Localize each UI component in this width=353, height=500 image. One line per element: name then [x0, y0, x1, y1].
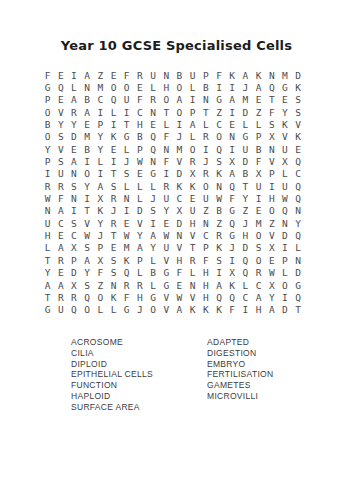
grid-cell: P — [67, 254, 80, 266]
grid-cell: A — [41, 279, 54, 291]
grid-cell: Y — [94, 131, 107, 143]
grid-cell: Y — [54, 118, 67, 130]
grid-cell: I — [252, 192, 265, 204]
grid-cell: Y — [147, 242, 160, 254]
grid-cell: L — [186, 81, 199, 93]
grid-cell: L — [160, 118, 173, 130]
grid-cell: K — [173, 180, 186, 192]
grid-cell: B — [41, 118, 54, 130]
word-list-item: EPITHELIAL CELLS — [71, 369, 153, 380]
grid-cell: I — [120, 106, 133, 118]
grid-cell: G — [160, 279, 173, 291]
grid-cell: K — [212, 168, 225, 180]
grid-cell: J — [239, 81, 252, 93]
grid-cell: M — [81, 131, 94, 143]
grid-cell: N — [160, 143, 173, 155]
grid-cell: Z — [199, 205, 212, 217]
grid-cell: L — [41, 242, 54, 254]
grid-cell: G — [120, 131, 133, 143]
grid-cell: G — [160, 267, 173, 279]
grid-cell: O — [265, 205, 278, 217]
grid-cell: E — [252, 94, 265, 106]
grid-cell: V — [186, 291, 199, 303]
word-list-right: ADAPTEDDIGESTIONEMBRYOFERTILISATIONGAMET… — [207, 337, 273, 402]
grid-cell: T — [186, 242, 199, 254]
grid-cell: O — [252, 254, 265, 266]
grid-cell: H — [239, 229, 252, 241]
grid-cell: S — [292, 106, 305, 118]
grid-cell: I — [67, 205, 80, 217]
grid-cell: L — [186, 267, 199, 279]
grid-cell: J — [147, 192, 160, 204]
grid-cell: Q — [292, 192, 305, 204]
grid-cell: P — [265, 168, 278, 180]
grid-cell: N — [292, 254, 305, 266]
grid-cell: E — [54, 229, 67, 241]
grid-cell: R — [41, 180, 54, 192]
grid-cell: Z — [252, 106, 265, 118]
grid-cell: N — [160, 69, 173, 81]
grid-cell: I — [173, 118, 186, 130]
grid-cell: H — [199, 279, 212, 291]
grid-cell: L — [252, 118, 265, 130]
grid-cell: Q — [107, 94, 120, 106]
grid-cell: F — [94, 267, 107, 279]
grid-cell: G — [147, 168, 160, 180]
word-list-item: HAPLOID — [71, 391, 153, 402]
grid-cell: O — [81, 168, 94, 180]
grid-cell: C — [212, 118, 225, 130]
grid-cell: K — [107, 131, 120, 143]
grid-cell: X — [278, 155, 291, 167]
grid-cell: I — [226, 143, 239, 155]
grid-cell: I — [107, 118, 120, 130]
grid-cell: J — [133, 304, 146, 316]
grid-cell: L — [147, 81, 160, 93]
grid-cell: F — [199, 254, 212, 266]
grid-cell: A — [147, 229, 160, 241]
grid-cell: Q — [226, 291, 239, 303]
grid-cell: F — [226, 192, 239, 204]
grid-cell: O — [41, 131, 54, 143]
grid-cell: E — [107, 143, 120, 155]
grid-cell: I — [226, 106, 239, 118]
grid-cell: O — [252, 229, 265, 241]
grid-cell: K — [212, 304, 225, 316]
grid-cell: Y — [81, 267, 94, 279]
grid-cell: E — [160, 217, 173, 229]
grid-cell: E — [107, 242, 120, 254]
grid-cell: A — [226, 94, 239, 106]
grid-cell: F — [252, 155, 265, 167]
grid-cell: Y — [41, 143, 54, 155]
grid-cell: T — [160, 106, 173, 118]
grid-cell: N — [186, 279, 199, 291]
grid-cell: Q — [226, 217, 239, 229]
grid-cell: P — [41, 94, 54, 106]
word-list-item: ADAPTED — [207, 337, 273, 348]
grid-cell: F — [54, 192, 67, 204]
grid-cell: I — [278, 242, 291, 254]
grid-cell: Q — [147, 131, 160, 143]
grid-cell: I — [94, 106, 107, 118]
grid-cell: B — [199, 81, 212, 93]
grid-cell: R — [252, 267, 265, 279]
grid-cell: E — [54, 267, 67, 279]
word-list-left: ACROSOMECILIADIPLOIDEPITHELIAL CELLSFUNC… — [71, 337, 153, 413]
grid-cell: L — [186, 131, 199, 143]
grid-cell: C — [133, 106, 146, 118]
word-list-item: SURFACE AREA — [71, 402, 153, 413]
grid-cell: V — [54, 106, 67, 118]
grid-cell: A — [94, 180, 107, 192]
grid-cell: H — [265, 192, 278, 204]
grid-cell: C — [292, 168, 305, 180]
grid-cell: A — [81, 254, 94, 266]
grid-cell: R — [54, 254, 67, 266]
grid-cell: Z — [239, 205, 252, 217]
grid-cell: Q — [292, 291, 305, 303]
grid-cell: O — [120, 81, 133, 93]
grid-cell: G — [226, 229, 239, 241]
grid-cell: A — [81, 106, 94, 118]
grid-cell: X — [226, 267, 239, 279]
grid-cell: L — [107, 106, 120, 118]
grid-cell: N — [147, 155, 160, 167]
grid-cell: P — [278, 254, 291, 266]
grid-cell: M — [94, 81, 107, 93]
grid-cell: U — [120, 94, 133, 106]
grid-cell: L — [133, 192, 146, 204]
grid-cell: N — [147, 106, 160, 118]
grid-cell: L — [133, 267, 146, 279]
grid-cell: E — [54, 69, 67, 81]
grid-cell: Y — [133, 229, 146, 241]
grid-cell: A — [239, 69, 252, 81]
grid-cell: G — [226, 205, 239, 217]
grid-cell: L — [147, 180, 160, 192]
grid-cell: X — [173, 205, 186, 217]
grid-cell: H — [199, 267, 212, 279]
grid-cell: F — [41, 69, 54, 81]
grid-cell: Q — [67, 304, 80, 316]
grid-cell: I — [199, 143, 212, 155]
grid-cell: Q — [212, 143, 225, 155]
grid-cell: S — [212, 254, 225, 266]
grid-cell: V — [133, 217, 146, 229]
grid-cell: F — [265, 106, 278, 118]
grid-cell: X — [94, 192, 107, 204]
grid-cell: N — [107, 279, 120, 291]
grid-cell: K — [186, 304, 199, 316]
grid-cell: T — [81, 205, 94, 217]
grid-cell: P — [199, 242, 212, 254]
grid-cell: V — [265, 155, 278, 167]
grid-cell: K — [226, 279, 239, 291]
grid-cell: B — [212, 205, 225, 217]
grid-cell: A — [81, 69, 94, 81]
grid-cell: G — [120, 304, 133, 316]
grid-cell: I — [226, 81, 239, 93]
grid-cell: N — [278, 217, 291, 229]
grid-cell: L — [147, 279, 160, 291]
grid-cell: I — [120, 205, 133, 217]
grid-cell: J — [173, 131, 186, 143]
grid-cell: S — [67, 180, 80, 192]
grid-cell: N — [265, 143, 278, 155]
grid-cell: X — [265, 279, 278, 291]
grid-cell: D — [239, 155, 252, 167]
grid-cell: H — [41, 229, 54, 241]
grid-cell: K — [292, 131, 305, 143]
grid-cell: V — [54, 143, 67, 155]
grid-cell: F — [173, 267, 186, 279]
grid-cell: V — [186, 229, 199, 241]
grid-cell: E — [278, 94, 291, 106]
grid-cell: J — [94, 229, 107, 241]
grid-cell: S — [81, 242, 94, 254]
grid-cell: T — [239, 180, 252, 192]
grid-cell: J — [199, 155, 212, 167]
grid-cell: T — [120, 118, 133, 130]
grid-cell: O — [186, 143, 199, 155]
grid-cell: D — [67, 131, 80, 143]
grid-cell: H — [186, 217, 199, 229]
grid-cell: P — [199, 69, 212, 81]
grid-cell: N — [67, 168, 80, 180]
grid-cell: E — [186, 192, 199, 204]
word-list-item: ACROSOME — [71, 337, 153, 348]
grid-cell: Y — [67, 118, 80, 130]
grid-cell: O — [199, 180, 212, 192]
grid-cell: L — [133, 180, 146, 192]
grid-cell: H — [252, 304, 265, 316]
grid-cell: F — [160, 155, 173, 167]
grid-cell: G — [41, 304, 54, 316]
grid-cell: U — [186, 69, 199, 81]
grid-cell: N — [41, 205, 54, 217]
grid-cell: Z — [94, 279, 107, 291]
grid-cell: U — [160, 242, 173, 254]
grid-cell: R — [107, 192, 120, 204]
grid-cell: Q — [292, 229, 305, 241]
grid-cell: P — [133, 143, 146, 155]
grid-cell: C — [239, 291, 252, 303]
grid-cell: M — [239, 94, 252, 106]
grid-cell: D — [67, 267, 80, 279]
grid-cell: O — [173, 81, 186, 93]
grid-cell: L — [278, 168, 291, 180]
grid-cell: E — [133, 81, 146, 93]
grid-cell: V — [173, 242, 186, 254]
grid-cell: B — [173, 69, 186, 81]
grid-cell: R — [212, 229, 225, 241]
grid-cell: I — [81, 192, 94, 204]
grid-cell: R — [199, 131, 212, 143]
grid-cell: E — [67, 143, 80, 155]
grid-cell: Y — [160, 205, 173, 217]
grid-cell: R — [107, 217, 120, 229]
grid-cell: H — [133, 118, 146, 130]
grid-cell: E — [226, 118, 239, 130]
grid-cell: S — [252, 242, 265, 254]
grid-cell: S — [81, 279, 94, 291]
grid-cell: B — [239, 168, 252, 180]
grid-cell: O — [41, 106, 54, 118]
grid-cell: I — [278, 291, 291, 303]
grid-cell: B — [81, 94, 94, 106]
grid-cell: L — [94, 304, 107, 316]
word-list-item: CILIA — [71, 348, 153, 359]
grid-cell: R — [67, 291, 80, 303]
grid-cell: W — [41, 192, 54, 204]
word-list-item: DIGESTION — [207, 348, 273, 359]
grid-cell: K — [212, 242, 225, 254]
grid-cell: R — [147, 94, 160, 106]
grid-cell: S — [120, 168, 133, 180]
grid-cell: L — [199, 118, 212, 130]
grid-cell: T — [265, 94, 278, 106]
grid-cell: G — [147, 291, 160, 303]
grid-cell: Q — [120, 267, 133, 279]
grid-cell: E — [147, 118, 160, 130]
grid-cell: T — [292, 304, 305, 316]
grid-cell: L — [278, 267, 291, 279]
grid-cell: U — [147, 69, 160, 81]
grid-cell: A — [54, 205, 67, 217]
grid-cell: Z — [212, 106, 225, 118]
grid-cell: V — [278, 131, 291, 143]
grid-cell: Q — [292, 155, 305, 167]
grid-cell: U — [239, 143, 252, 155]
grid-cell: A — [252, 81, 265, 93]
grid-cell: X — [186, 168, 199, 180]
grid-cell: E — [292, 143, 305, 155]
grid-cell: O — [147, 304, 160, 316]
grid-cell: F — [133, 94, 146, 106]
grid-cell: O — [173, 106, 186, 118]
grid-cell: J — [239, 217, 252, 229]
grid-cell: D — [292, 69, 305, 81]
grid-cell: O — [107, 81, 120, 93]
grid-cell: D — [133, 205, 146, 217]
grid-cell: D — [278, 304, 291, 316]
grid-cell: A — [54, 242, 67, 254]
grid-cell: U — [160, 192, 173, 204]
grid-cell: O — [278, 279, 291, 291]
grid-cell: X — [265, 131, 278, 143]
grid-cell: X — [67, 242, 80, 254]
grid-cell: V — [292, 118, 305, 130]
grid-cell: U — [186, 205, 199, 217]
grid-cell: W — [212, 192, 225, 204]
grid-cell: S — [67, 217, 80, 229]
grid-cell: Q — [239, 267, 252, 279]
grid-cell: D — [239, 106, 252, 118]
grid-cell: F — [226, 304, 239, 316]
grid-cell: D — [173, 217, 186, 229]
grid-cell: S — [265, 118, 278, 130]
grid-cell: Z — [94, 69, 107, 81]
grid-cell: I — [265, 180, 278, 192]
word-list-item: DIPLOID — [71, 359, 153, 370]
grid-cell: P — [94, 242, 107, 254]
grid-cell: C — [199, 229, 212, 241]
grid-cell: F — [120, 291, 133, 303]
grid-cell: N — [292, 205, 305, 217]
grid-cell: N — [120, 192, 133, 204]
grid-cell: V — [160, 291, 173, 303]
grid-cell: E — [81, 118, 94, 130]
grid-cell: T — [107, 229, 120, 241]
grid-cell: B — [147, 267, 160, 279]
grid-cell: D — [173, 168, 186, 180]
grid-cell: K — [226, 69, 239, 81]
grid-cell: N — [199, 217, 212, 229]
grid-cell: L — [147, 254, 160, 266]
grid-cell: K — [292, 81, 305, 93]
grid-cell: W — [173, 291, 186, 303]
grid-cell: Q — [147, 143, 160, 155]
grid-cell: Y — [239, 192, 252, 204]
grid-cell: P — [186, 106, 199, 118]
word-list-item: EMBRYO — [207, 359, 273, 370]
grid-cell: M — [173, 143, 186, 155]
grid-cell: U — [278, 180, 291, 192]
grid-cell: K — [186, 180, 199, 192]
grid-cell: I — [212, 81, 225, 93]
grid-cell: U — [278, 143, 291, 155]
grid-cell: I — [81, 155, 94, 167]
grid-cell: A — [67, 155, 80, 167]
grid-cell: S — [54, 131, 67, 143]
grid-cell: X — [94, 254, 107, 266]
grid-cell: U — [252, 180, 265, 192]
grid-cell: K — [94, 205, 107, 217]
grid-cell: A — [173, 304, 186, 316]
grid-cell: G — [41, 81, 54, 93]
grid-cell: G — [292, 279, 305, 291]
grid-cell: Y — [41, 267, 54, 279]
grid-cell: U — [54, 304, 67, 316]
grid-cell: U — [54, 168, 67, 180]
grid-cell: S — [292, 94, 305, 106]
grid-cell: T — [199, 106, 212, 118]
grid-cell: N — [212, 180, 225, 192]
grid-cell: D — [292, 267, 305, 279]
grid-cell: F — [120, 69, 133, 81]
grid-cell: A — [212, 279, 225, 291]
grid-cell: W — [81, 229, 94, 241]
word-search-grid: FEIAZEFRUNBUPFKAKNMDGQLNMOOELHOLBIIJAQGK… — [41, 69, 305, 316]
grid-cell: Q — [278, 205, 291, 217]
grid-cell: S — [107, 254, 120, 266]
grid-cell: R — [186, 254, 199, 266]
grid-cell: U — [41, 217, 54, 229]
grid-cell: L — [292, 242, 305, 254]
grid-cell: E — [173, 279, 186, 291]
grid-cell: Q — [226, 180, 239, 192]
grid-cell: Q — [292, 180, 305, 192]
grid-cell: M — [252, 217, 265, 229]
grid-cell: R — [186, 155, 199, 167]
grid-cell: L — [239, 279, 252, 291]
grid-cell: R — [54, 291, 67, 303]
page-title: Year 10 GCSE Specialised Cells — [0, 38, 353, 53]
grid-cell: X — [226, 155, 239, 167]
grid-cell: Q — [212, 291, 225, 303]
grid-cell: Y — [81, 180, 94, 192]
